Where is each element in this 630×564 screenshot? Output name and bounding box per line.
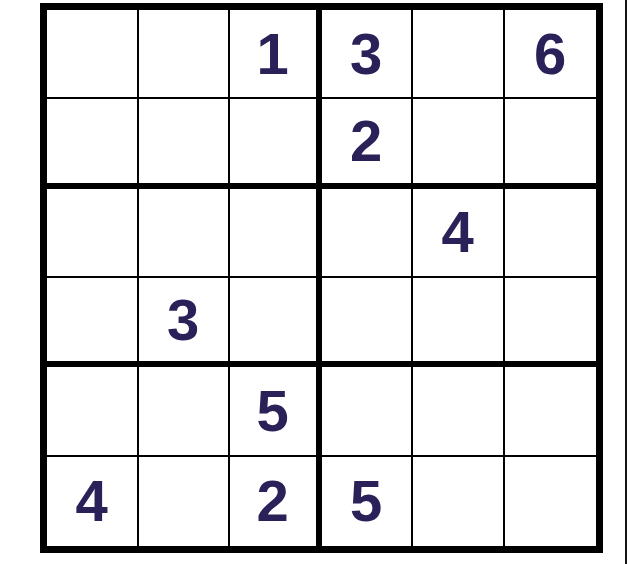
cell-r2c5[interactable]	[413, 99, 505, 188]
cell-r2c2[interactable]	[139, 99, 231, 188]
cell-r3c5[interactable]: 4	[413, 189, 505, 278]
cell-r1c5[interactable]	[413, 10, 505, 99]
cell-r5c1[interactable]	[47, 367, 139, 456]
cell-r5c6[interactable]	[505, 367, 597, 456]
cell-r1c1[interactable]	[47, 10, 139, 99]
cell-r3c1[interactable]	[47, 189, 139, 278]
cell-r1c2[interactable]	[139, 10, 231, 99]
cell-r6c2[interactable]	[139, 457, 231, 546]
cell-r4c6[interactable]	[505, 278, 597, 367]
page-edge-line	[625, 0, 627, 564]
sudoku-board: 1362435425	[40, 3, 603, 553]
cell-r4c1[interactable]	[47, 278, 139, 367]
cell-r4c4[interactable]	[322, 278, 414, 367]
cell-r2c6[interactable]	[505, 99, 597, 188]
cell-r2c4[interactable]: 2	[322, 99, 414, 188]
cell-r3c4[interactable]	[322, 189, 414, 278]
cell-r6c3[interactable]: 2	[230, 457, 322, 546]
cell-r3c3[interactable]	[230, 189, 322, 278]
cell-r1c6[interactable]: 6	[505, 10, 597, 99]
cell-r4c3[interactable]	[230, 278, 322, 367]
cell-r6c5[interactable]	[413, 457, 505, 546]
cell-r3c2[interactable]	[139, 189, 231, 278]
cell-r3c6[interactable]	[505, 189, 597, 278]
cell-r6c6[interactable]	[505, 457, 597, 546]
cell-r6c1[interactable]: 4	[47, 457, 139, 546]
cell-r1c3[interactable]: 1	[230, 10, 322, 99]
cell-r2c1[interactable]	[47, 99, 139, 188]
cell-r5c4[interactable]	[322, 367, 414, 456]
cell-r6c4[interactable]: 5	[322, 457, 414, 546]
cell-r4c5[interactable]	[413, 278, 505, 367]
cell-r5c5[interactable]	[413, 367, 505, 456]
cell-r1c4[interactable]: 3	[322, 10, 414, 99]
cell-r2c3[interactable]	[230, 99, 322, 188]
cell-r4c2[interactable]: 3	[139, 278, 231, 367]
cell-r5c2[interactable]	[139, 367, 231, 456]
cell-r5c3[interactable]: 5	[230, 367, 322, 456]
